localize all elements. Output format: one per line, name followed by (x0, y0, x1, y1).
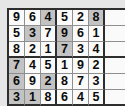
sudoku-cell-r5c6[interactable]: 3 (89, 74, 105, 90)
sudoku-cell-r2c1[interactable]: 5 (9, 26, 25, 42)
sudoku-cell-r2c4[interactable]: 9 (57, 26, 73, 42)
sudoku-cell-r5c2[interactable]: 9 (25, 74, 41, 90)
sudoku-cell-r4c7-partial[interactable] (105, 58, 125, 74)
sudoku-cell-r1c6[interactable]: 8 (89, 10, 105, 26)
sudoku-cell-r1c2[interactable]: 6 (25, 10, 41, 26)
screenshot-root: 964528537961821734745192692873318645 (0, 0, 125, 106)
sudoku-cell-r6c6[interactable]: 5 (89, 90, 105, 106)
sudoku-cell-r3c2[interactable]: 2 (25, 42, 41, 58)
sudoku-cell-r2c6[interactable]: 1 (89, 26, 105, 42)
sudoku-cell-r5c3[interactable]: 2 (41, 74, 57, 90)
sudoku-cell-r5c7-partial[interactable] (105, 74, 125, 90)
sudoku-cell-r2c5[interactable]: 6 (73, 26, 89, 42)
sudoku-cell-r3c4[interactable]: 7 (57, 42, 73, 58)
sudoku-cell-r2c2[interactable]: 3 (25, 26, 41, 42)
sudoku-cell-r2c3[interactable]: 7 (41, 26, 57, 42)
sudoku-cell-r6c3[interactable]: 8 (41, 90, 57, 106)
sudoku-cell-r3c1[interactable]: 8 (9, 42, 25, 58)
sudoku-cell-r2c7-partial[interactable] (105, 26, 125, 42)
sudoku-cell-r3c5[interactable]: 3 (73, 42, 89, 58)
sudoku-cell-r1c4[interactable]: 5 (57, 10, 73, 26)
sudoku-cell-r4c5[interactable]: 9 (73, 58, 89, 74)
sudoku-cell-r4c6[interactable]: 2 (89, 58, 105, 74)
sudoku-cell-r6c2[interactable]: 1 (25, 90, 41, 106)
sudoku-cell-r3c7-partial[interactable] (105, 42, 125, 58)
sudoku-cell-r1c1[interactable]: 9 (9, 10, 25, 26)
sudoku-board: 964528537961821734745192692873318645 (7, 8, 125, 106)
sudoku-cell-r1c7-partial[interactable] (105, 10, 125, 26)
sudoku-cell-r6c4[interactable]: 6 (57, 90, 73, 106)
sudoku-cell-r4c1[interactable]: 7 (9, 58, 25, 74)
sudoku-cell-r4c2[interactable]: 4 (25, 58, 41, 74)
sudoku-cell-r6c7-partial[interactable] (105, 90, 125, 106)
sudoku-cell-r3c6[interactable]: 4 (89, 42, 105, 58)
sudoku-cell-r4c3[interactable]: 5 (41, 58, 57, 74)
sudoku-cell-r4c4[interactable]: 1 (57, 58, 73, 74)
sudoku-cell-r5c4[interactable]: 8 (57, 74, 73, 90)
sudoku-cell-r5c5[interactable]: 7 (73, 74, 89, 90)
sudoku-cell-r1c3[interactable]: 4 (41, 10, 57, 26)
sudoku-cell-r1c5[interactable]: 2 (73, 10, 89, 26)
sudoku-cell-r6c5[interactable]: 4 (73, 90, 89, 106)
sudoku-cell-r5c1[interactable]: 6 (9, 74, 25, 90)
sudoku-cell-r6c1[interactable]: 3 (9, 90, 25, 106)
sudoku-cell-r3c3[interactable]: 1 (41, 42, 57, 58)
